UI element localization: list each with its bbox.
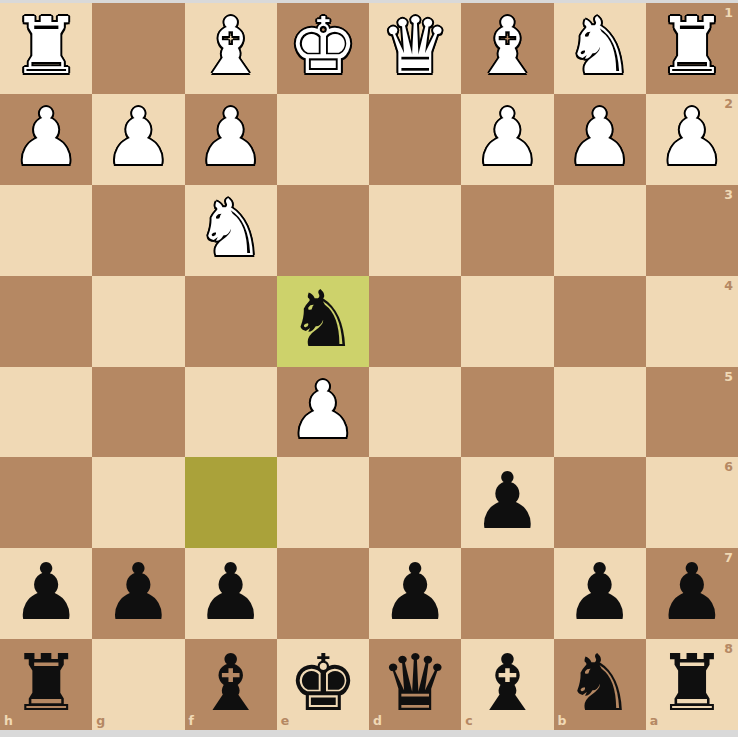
square-b1[interactable]: ♞ (554, 3, 646, 94)
square-e6[interactable] (277, 457, 369, 548)
square-e8[interactable]: ♚e (277, 639, 369, 730)
square-c3[interactable] (461, 185, 553, 276)
black-pawn[interactable]: ♟ (380, 553, 450, 631)
square-d6[interactable] (369, 457, 461, 548)
black-pawn[interactable]: ♟ (472, 462, 542, 540)
square-a5[interactable]: 5 (646, 367, 738, 458)
white-rook[interactable]: ♜ (11, 7, 81, 85)
black-rook[interactable]: ♜ (657, 644, 727, 722)
black-bishop[interactable]: ♝ (472, 644, 542, 722)
square-f2[interactable]: ♟ (185, 94, 277, 185)
black-knight[interactable]: ♞ (288, 280, 358, 358)
black-king[interactable]: ♚ (288, 644, 358, 722)
black-pawn[interactable]: ♟ (103, 553, 173, 631)
square-c8[interactable]: ♝c (461, 639, 553, 730)
square-f7[interactable]: ♟ (185, 548, 277, 639)
file-label-g: g (96, 713, 105, 728)
square-d2[interactable] (369, 94, 461, 185)
square-c7[interactable] (461, 548, 553, 639)
square-a7[interactable]: ♟7 (646, 548, 738, 639)
square-h1[interactable]: ♜ (0, 3, 92, 94)
square-a6[interactable]: 6 (646, 457, 738, 548)
white-rook[interactable]: ♜ (657, 7, 727, 85)
square-d1[interactable]: ♛ (369, 3, 461, 94)
white-knight[interactable]: ♞ (565, 7, 635, 85)
square-c1[interactable]: ♝ (461, 3, 553, 94)
white-queen[interactable]: ♛ (380, 7, 450, 85)
square-e2[interactable] (277, 94, 369, 185)
square-d8[interactable]: ♛d (369, 639, 461, 730)
square-g6[interactable] (92, 457, 184, 548)
square-d5[interactable] (369, 367, 461, 458)
black-bishop[interactable]: ♝ (196, 644, 266, 722)
page-background-strip-bottom (0, 730, 738, 737)
square-f1[interactable]: ♝ (185, 3, 277, 94)
chess-board: ♜♝♚♛♝♞♜1♟♟♟♟♟♟2♞3♞4♟5♟6♟♟♟♟♟♟7♜hg♝f♚e♛d♝… (0, 3, 738, 730)
square-e5[interactable]: ♟ (277, 367, 369, 458)
square-g8[interactable]: g (92, 639, 184, 730)
white-king[interactable]: ♚ (288, 7, 358, 85)
square-f4[interactable] (185, 276, 277, 367)
square-a1[interactable]: ♜1 (646, 3, 738, 94)
square-g3[interactable] (92, 185, 184, 276)
square-c4[interactable] (461, 276, 553, 367)
white-pawn[interactable]: ♟ (11, 98, 81, 176)
square-e7[interactable] (277, 548, 369, 639)
square-e4[interactable]: ♞ (277, 276, 369, 367)
square-a2[interactable]: ♟2 (646, 94, 738, 185)
white-pawn[interactable]: ♟ (103, 98, 173, 176)
black-rook[interactable]: ♜ (11, 644, 81, 722)
square-h7[interactable]: ♟ (0, 548, 92, 639)
white-pawn[interactable]: ♟ (657, 98, 727, 176)
square-b5[interactable] (554, 367, 646, 458)
square-h4[interactable] (0, 276, 92, 367)
square-f8[interactable]: ♝f (185, 639, 277, 730)
square-a4[interactable]: 4 (646, 276, 738, 367)
black-pawn[interactable]: ♟ (11, 553, 81, 631)
square-h5[interactable] (0, 367, 92, 458)
square-d4[interactable] (369, 276, 461, 367)
white-knight[interactable]: ♞ (196, 189, 266, 267)
square-b8[interactable]: ♞b (554, 639, 646, 730)
square-b7[interactable]: ♟ (554, 548, 646, 639)
chess-page: ♜♝♚♛♝♞♜1♟♟♟♟♟♟2♞3♞4♟5♟6♟♟♟♟♟♟7♜hg♝f♚e♛d♝… (0, 0, 738, 737)
square-b3[interactable] (554, 185, 646, 276)
rank-label-5: 5 (724, 369, 733, 384)
rank-label-4: 4 (724, 278, 733, 293)
square-d3[interactable] (369, 185, 461, 276)
black-knight[interactable]: ♞ (565, 644, 635, 722)
black-pawn[interactable]: ♟ (565, 553, 635, 631)
square-h6[interactable] (0, 457, 92, 548)
black-queen[interactable]: ♛ (380, 644, 450, 722)
square-g4[interactable] (92, 276, 184, 367)
square-e3[interactable] (277, 185, 369, 276)
square-a8[interactable]: ♜8a (646, 639, 738, 730)
white-pawn[interactable]: ♟ (472, 98, 542, 176)
square-a3[interactable]: 3 (646, 185, 738, 276)
black-pawn[interactable]: ♟ (196, 553, 266, 631)
square-b4[interactable] (554, 276, 646, 367)
white-pawn[interactable]: ♟ (565, 98, 635, 176)
square-e1[interactable]: ♚ (277, 3, 369, 94)
square-f6[interactable] (185, 457, 277, 548)
square-b2[interactable]: ♟ (554, 94, 646, 185)
square-f3[interactable]: ♞ (185, 185, 277, 276)
file-label-f: f (189, 713, 194, 728)
square-g7[interactable]: ♟ (92, 548, 184, 639)
black-pawn[interactable]: ♟ (657, 553, 727, 631)
rank-label-6: 6 (724, 459, 733, 474)
square-h2[interactable]: ♟ (0, 94, 92, 185)
square-h8[interactable]: ♜h (0, 639, 92, 730)
square-d7[interactable]: ♟ (369, 548, 461, 639)
white-bishop[interactable]: ♝ (196, 7, 266, 85)
white-bishop[interactable]: ♝ (472, 7, 542, 85)
square-g5[interactable] (92, 367, 184, 458)
square-c2[interactable]: ♟ (461, 94, 553, 185)
white-pawn[interactable]: ♟ (196, 98, 266, 176)
rank-label-3: 3 (724, 187, 733, 202)
square-b6[interactable] (554, 457, 646, 548)
white-pawn[interactable]: ♟ (288, 371, 358, 449)
square-c6[interactable]: ♟ (461, 457, 553, 548)
square-h3[interactable] (0, 185, 92, 276)
square-g1[interactable] (92, 3, 184, 94)
square-g2[interactable]: ♟ (92, 94, 184, 185)
square-c5[interactable] (461, 367, 553, 458)
square-f5[interactable] (185, 367, 277, 458)
